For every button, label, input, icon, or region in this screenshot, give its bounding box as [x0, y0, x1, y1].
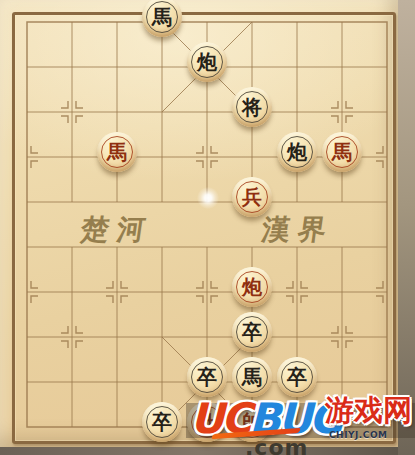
piece-character: 炮: [242, 277, 262, 297]
xiangqi-board[interactable]: 馬炮将馬炮馬兵炮卒卒馬卒卒仕帥: [5, 0, 410, 450]
piece-black-horse[interactable]: 馬: [232, 357, 272, 397]
piece-black-soldier[interactable]: 卒: [232, 312, 272, 352]
piece-character: 馬: [152, 7, 172, 27]
piece-black-cannon[interactable]: 炮: [277, 132, 317, 172]
piece-red-horse[interactable]: 馬: [97, 132, 137, 172]
piece-black-general[interactable]: 将: [232, 87, 272, 127]
watermark-site-subtext: CHIYJ.COM: [329, 430, 387, 440]
piece-character: 馬: [107, 142, 127, 162]
piece-character: 卒: [242, 322, 262, 342]
piece-black-soldier[interactable]: 卒: [277, 357, 317, 397]
watermark-domain: .com: [245, 435, 308, 455]
piece-character: 卒: [152, 412, 172, 432]
piece-character: 卒: [287, 367, 307, 387]
xiangqi-app-screenshot: 楚河 漢界 馬炮将馬炮馬兵炮卒卒馬卒卒仕帥 UCBUG 游戏网 CHIYJ.CO…: [0, 0, 415, 455]
piece-character: 炮: [287, 142, 307, 162]
piece-character: 将: [242, 97, 262, 117]
piece-black-soldier[interactable]: 卒: [142, 402, 182, 442]
watermark-site-name: 游戏网: [325, 396, 412, 425]
piece-black-cannon[interactable]: 炮: [187, 42, 227, 82]
piece-character: 卒: [197, 367, 217, 387]
piece-character: 馬: [332, 142, 352, 162]
piece-red-cannon[interactable]: 炮: [232, 267, 272, 307]
piece-black-horse[interactable]: 馬: [142, 0, 182, 37]
piece-character: 兵: [242, 187, 262, 207]
piece-black-soldier[interactable]: 卒: [187, 357, 227, 397]
piece-character: 炮: [197, 52, 217, 72]
piece-red-horse[interactable]: 馬: [322, 132, 362, 172]
piece-character: 馬: [242, 367, 262, 387]
last-move-highlight: [197, 187, 219, 209]
piece-red-soldier[interactable]: 兵: [232, 177, 272, 217]
